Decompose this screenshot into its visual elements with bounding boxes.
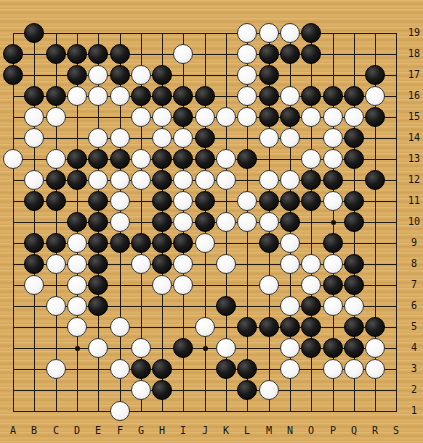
- white-stone[interactable]: [237, 107, 257, 127]
- white-stone[interactable]: [24, 128, 44, 148]
- black-stone[interactable]: [67, 170, 87, 190]
- white-stone[interactable]: [88, 170, 108, 190]
- black-stone[interactable]: [46, 44, 66, 64]
- black-stone[interactable]: [195, 149, 215, 169]
- black-stone[interactable]: [365, 107, 385, 127]
- row-coordinate-label: 3: [411, 364, 417, 374]
- black-stone[interactable]: [344, 149, 364, 169]
- column-coordinate-label: B: [31, 426, 37, 436]
- white-stone[interactable]: [46, 107, 66, 127]
- white-stone[interactable]: [323, 128, 343, 148]
- black-stone[interactable]: [131, 86, 151, 106]
- black-stone[interactable]: [24, 233, 44, 253]
- black-stone[interactable]: [344, 275, 364, 295]
- black-stone[interactable]: [259, 317, 279, 337]
- black-stone[interactable]: [88, 254, 108, 274]
- black-stone[interactable]: [46, 170, 66, 190]
- black-stone[interactable]: [365, 317, 385, 337]
- grid-horizontal-line: [13, 411, 397, 412]
- black-stone[interactable]: [110, 65, 130, 85]
- black-stone[interactable]: [344, 212, 364, 232]
- black-stone[interactable]: [173, 107, 193, 127]
- black-stone[interactable]: [323, 233, 343, 253]
- white-stone[interactable]: [280, 86, 300, 106]
- white-stone[interactable]: [152, 107, 172, 127]
- white-stone[interactable]: [46, 254, 66, 274]
- row-coordinate-label: 16: [408, 91, 420, 101]
- black-stone[interactable]: [237, 359, 257, 379]
- black-stone[interactable]: [195, 191, 215, 211]
- column-coordinate-label: S: [393, 426, 399, 436]
- white-stone[interactable]: [365, 86, 385, 106]
- white-stone[interactable]: [195, 170, 215, 190]
- black-stone[interactable]: [301, 170, 321, 190]
- black-stone[interactable]: [88, 275, 108, 295]
- black-stone[interactable]: [301, 191, 321, 211]
- white-stone[interactable]: [216, 170, 236, 190]
- white-stone[interactable]: [301, 107, 321, 127]
- white-stone[interactable]: [110, 170, 130, 190]
- column-coordinate-label: N: [287, 426, 293, 436]
- white-stone[interactable]: [323, 359, 343, 379]
- row-coordinate-label: 1: [411, 406, 417, 416]
- white-stone[interactable]: [216, 338, 236, 358]
- row-coordinate-label: 6: [411, 301, 417, 311]
- black-stone[interactable]: [344, 338, 364, 358]
- black-stone[interactable]: [152, 380, 172, 400]
- white-stone[interactable]: [216, 212, 236, 232]
- black-stone[interactable]: [152, 149, 172, 169]
- white-stone[interactable]: [46, 149, 66, 169]
- column-coordinate-label: J: [202, 426, 208, 436]
- row-coordinate-label: 18: [408, 49, 420, 59]
- white-stone[interactable]: [173, 254, 193, 274]
- black-stone[interactable]: [24, 254, 44, 274]
- black-stone[interactable]: [259, 65, 279, 85]
- row-coordinate-label: 2: [411, 385, 417, 395]
- white-stone[interactable]: [259, 275, 279, 295]
- star-point: [75, 346, 80, 351]
- white-stone[interactable]: [24, 170, 44, 190]
- black-stone[interactable]: [88, 212, 108, 232]
- column-coordinate-label: I: [180, 426, 186, 436]
- white-stone[interactable]: [280, 170, 300, 190]
- black-stone[interactable]: [67, 149, 87, 169]
- white-stone[interactable]: [131, 107, 151, 127]
- white-stone[interactable]: [195, 233, 215, 253]
- white-stone[interactable]: [259, 23, 279, 43]
- row-coordinate-label: 19: [408, 28, 420, 38]
- star-point: [331, 220, 336, 225]
- grid-horizontal-line: [13, 33, 397, 34]
- black-stone[interactable]: [365, 65, 385, 85]
- white-stone[interactable]: [344, 359, 364, 379]
- black-stone[interactable]: [301, 317, 321, 337]
- white-stone[interactable]: [173, 128, 193, 148]
- white-stone[interactable]: [88, 338, 108, 358]
- white-stone[interactable]: [237, 65, 257, 85]
- black-stone[interactable]: [301, 44, 321, 64]
- white-stone[interactable]: [259, 128, 279, 148]
- column-coordinate-label: F: [117, 426, 123, 436]
- black-stone[interactable]: [301, 23, 321, 43]
- white-stone[interactable]: [280, 23, 300, 43]
- column-coordinate-label: P: [330, 426, 336, 436]
- black-stone[interactable]: [67, 65, 87, 85]
- white-stone[interactable]: [67, 275, 87, 295]
- white-stone[interactable]: [110, 128, 130, 148]
- white-stone[interactable]: [259, 380, 279, 400]
- black-stone[interactable]: [195, 212, 215, 232]
- white-stone[interactable]: [110, 191, 130, 211]
- black-stone[interactable]: [67, 212, 87, 232]
- black-stone[interactable]: [152, 191, 172, 211]
- row-coordinate-label: 9: [411, 238, 417, 248]
- black-stone[interactable]: [24, 191, 44, 211]
- white-stone[interactable]: [365, 338, 385, 358]
- black-stone[interactable]: [259, 191, 279, 211]
- white-stone[interactable]: [323, 191, 343, 211]
- white-stone[interactable]: [152, 128, 172, 148]
- white-stone[interactable]: [173, 191, 193, 211]
- black-stone[interactable]: [88, 149, 108, 169]
- black-stone[interactable]: [67, 44, 87, 64]
- column-coordinate-label: G: [138, 426, 144, 436]
- white-stone[interactable]: [301, 254, 321, 274]
- white-stone[interactable]: [216, 149, 236, 169]
- white-stone[interactable]: [110, 86, 130, 106]
- black-stone[interactable]: [365, 170, 385, 190]
- black-stone[interactable]: [323, 170, 343, 190]
- white-stone[interactable]: [131, 338, 151, 358]
- column-coordinate-label: M: [266, 426, 272, 436]
- white-stone[interactable]: [110, 317, 130, 337]
- row-coordinate-label: 8: [411, 259, 417, 269]
- white-stone[interactable]: [280, 128, 300, 148]
- black-stone[interactable]: [259, 44, 279, 64]
- black-stone[interactable]: [237, 380, 257, 400]
- white-stone[interactable]: [365, 359, 385, 379]
- column-coordinate-label: O: [308, 426, 314, 436]
- black-stone[interactable]: [259, 107, 279, 127]
- column-coordinate-label: Q: [351, 426, 357, 436]
- white-stone[interactable]: [344, 296, 364, 316]
- white-stone[interactable]: [323, 149, 343, 169]
- black-stone[interactable]: [216, 359, 236, 379]
- column-coordinate-label: E: [95, 426, 101, 436]
- black-stone[interactable]: [301, 296, 321, 316]
- black-stone[interactable]: [152, 212, 172, 232]
- white-stone[interactable]: [24, 107, 44, 127]
- black-stone[interactable]: [152, 86, 172, 106]
- black-stone[interactable]: [323, 275, 343, 295]
- black-stone[interactable]: [173, 149, 193, 169]
- white-stone[interactable]: [67, 296, 87, 316]
- row-coordinate-label: 7: [411, 280, 417, 290]
- row-coordinate-label: 5: [411, 322, 417, 332]
- white-stone[interactable]: [280, 296, 300, 316]
- black-stone[interactable]: [237, 149, 257, 169]
- white-stone[interactable]: [216, 107, 236, 127]
- white-stone[interactable]: [323, 254, 343, 274]
- black-stone[interactable]: [110, 44, 130, 64]
- white-stone[interactable]: [67, 317, 87, 337]
- black-stone[interactable]: [301, 86, 321, 106]
- white-stone[interactable]: [216, 254, 236, 274]
- black-stone[interactable]: [131, 359, 151, 379]
- row-coordinate-label: 12: [408, 175, 420, 185]
- white-stone[interactable]: [88, 128, 108, 148]
- black-stone[interactable]: [280, 191, 300, 211]
- white-stone[interactable]: [67, 86, 87, 106]
- black-stone[interactable]: [152, 359, 172, 379]
- column-coordinate-label: R: [372, 426, 378, 436]
- white-stone[interactable]: [195, 317, 215, 337]
- black-stone[interactable]: [195, 86, 215, 106]
- white-stone[interactable]: [131, 65, 151, 85]
- column-coordinate-label: H: [159, 426, 165, 436]
- black-stone[interactable]: [88, 44, 108, 64]
- column-coordinate-label: K: [223, 426, 229, 436]
- row-coordinate-label: 15: [408, 112, 420, 122]
- black-stone[interactable]: [323, 86, 343, 106]
- black-stone[interactable]: [3, 44, 23, 64]
- white-stone[interactable]: [67, 233, 87, 253]
- black-stone[interactable]: [280, 212, 300, 232]
- black-stone[interactable]: [280, 317, 300, 337]
- black-stone[interactable]: [280, 44, 300, 64]
- column-coordinate-label: C: [53, 426, 59, 436]
- black-stone[interactable]: [152, 233, 172, 253]
- white-stone[interactable]: [131, 380, 151, 400]
- white-stone[interactable]: [237, 23, 257, 43]
- white-stone[interactable]: [237, 212, 257, 232]
- black-stone[interactable]: [344, 254, 364, 274]
- black-stone[interactable]: [88, 233, 108, 253]
- row-coordinate-label: 14: [408, 133, 420, 143]
- black-stone[interactable]: [344, 191, 364, 211]
- white-stone[interactable]: [88, 65, 108, 85]
- star-point: [203, 346, 208, 351]
- white-stone[interactable]: [195, 107, 215, 127]
- white-stone[interactable]: [110, 212, 130, 232]
- black-stone[interactable]: [216, 296, 236, 316]
- white-stone[interactable]: [88, 86, 108, 106]
- white-stone[interactable]: [46, 296, 66, 316]
- black-stone[interactable]: [173, 233, 193, 253]
- white-stone[interactable]: [24, 275, 44, 295]
- black-stone[interactable]: [344, 86, 364, 106]
- black-stone[interactable]: [152, 65, 172, 85]
- white-stone[interactable]: [344, 107, 364, 127]
- black-stone[interactable]: [46, 191, 66, 211]
- white-stone[interactable]: [110, 401, 130, 421]
- column-coordinate-label: D: [74, 426, 80, 436]
- black-stone[interactable]: [259, 233, 279, 253]
- column-coordinate-label: A: [10, 426, 16, 436]
- black-stone[interactable]: [344, 317, 364, 337]
- row-coordinate-label: 4: [411, 343, 417, 353]
- black-stone[interactable]: [88, 191, 108, 211]
- black-stone[interactable]: [152, 254, 172, 274]
- white-stone[interactable]: [280, 338, 300, 358]
- white-stone[interactable]: [301, 275, 321, 295]
- black-stone[interactable]: [195, 128, 215, 148]
- black-stone[interactable]: [301, 338, 321, 358]
- white-stone[interactable]: [237, 191, 257, 211]
- white-stone[interactable]: [46, 359, 66, 379]
- white-stone[interactable]: [152, 275, 172, 295]
- white-stone[interactable]: [131, 170, 151, 190]
- white-stone[interactable]: [237, 86, 257, 106]
- black-stone[interactable]: [110, 233, 130, 253]
- white-stone[interactable]: [173, 275, 193, 295]
- white-stone[interactable]: [131, 149, 151, 169]
- black-stone[interactable]: [323, 338, 343, 358]
- black-stone[interactable]: [3, 65, 23, 85]
- row-coordinate-label: 10: [408, 217, 420, 227]
- white-stone[interactable]: [301, 149, 321, 169]
- black-stone[interactable]: [237, 317, 257, 337]
- white-stone[interactable]: [173, 212, 193, 232]
- white-stone[interactable]: [259, 212, 279, 232]
- white-stone[interactable]: [67, 254, 87, 274]
- white-stone[interactable]: [259, 170, 279, 190]
- row-coordinate-label: 11: [408, 196, 420, 206]
- white-stone[interactable]: [173, 170, 193, 190]
- go-board: 19181716151413121110987654321ABCDEFGHIJK…: [0, 0, 423, 443]
- grid-horizontal-line: [13, 390, 397, 391]
- row-coordinate-label: 17: [408, 70, 420, 80]
- white-stone[interactable]: [323, 107, 343, 127]
- black-stone[interactable]: [131, 233, 151, 253]
- black-stone[interactable]: [259, 86, 279, 106]
- black-stone[interactable]: [110, 149, 130, 169]
- white-stone[interactable]: [237, 44, 257, 64]
- white-stone[interactable]: [131, 254, 151, 274]
- white-stone[interactable]: [323, 296, 343, 316]
- white-stone[interactable]: [280, 254, 300, 274]
- black-stone[interactable]: [280, 107, 300, 127]
- white-stone[interactable]: [173, 44, 193, 64]
- black-stone[interactable]: [88, 296, 108, 316]
- row-coordinate-label: 13: [408, 154, 420, 164]
- black-stone[interactable]: [46, 233, 66, 253]
- black-stone[interactable]: [152, 170, 172, 190]
- black-stone[interactable]: [344, 128, 364, 148]
- white-stone[interactable]: [280, 233, 300, 253]
- black-stone[interactable]: [173, 338, 193, 358]
- black-stone[interactable]: [173, 86, 193, 106]
- white-stone[interactable]: [110, 359, 130, 379]
- white-stone[interactable]: [280, 359, 300, 379]
- column-coordinate-label: L: [244, 426, 250, 436]
- white-stone[interactable]: [3, 149, 23, 169]
- black-stone[interactable]: [24, 86, 44, 106]
- black-stone[interactable]: [46, 86, 66, 106]
- black-stone[interactable]: [24, 23, 44, 43]
